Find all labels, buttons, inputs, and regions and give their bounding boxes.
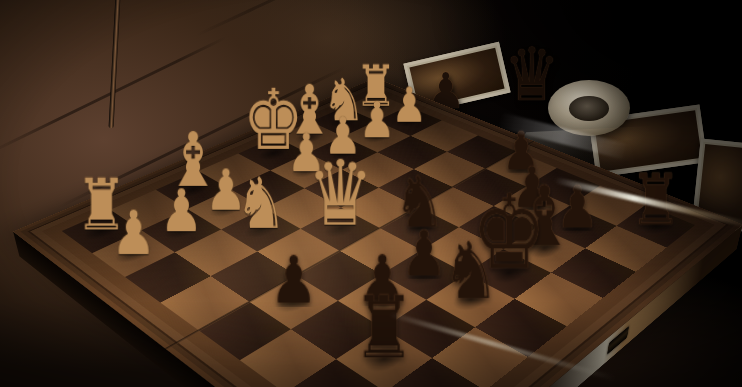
white-pawn-glyph: ♟	[392, 80, 428, 128]
black-rook-glyph: ♜	[630, 165, 682, 235]
white-queen-glyph: ♛	[307, 148, 373, 238]
white-pawn-glyph: ♟	[111, 202, 156, 263]
black-pawn-glyph: ♟	[401, 221, 447, 284]
floor-grout-line	[195, 0, 378, 37]
white-knight-glyph: ♞	[235, 168, 287, 239]
square-h8[interactable]: ♜	[617, 205, 696, 248]
black-pawn-glyph: ♟	[270, 247, 318, 313]
black-rook-glyph: ♜	[353, 285, 416, 371]
metal-stand-rod	[109, 0, 121, 128]
white-pawn-glyph: ♟	[359, 95, 396, 145]
white-pawn-glyph: ♟	[160, 181, 203, 240]
chess-scene: ♟ ♛ ♜♝♚♝♞♜♟♟♟♟♟♟♟♞♛♟♞♟♟♟♟♜♞♚♝♟♜	[0, 0, 742, 387]
black-knight-glyph: ♞	[442, 231, 500, 310]
captured-black-queen: ♛	[504, 39, 560, 112]
brass-latch	[607, 326, 629, 355]
